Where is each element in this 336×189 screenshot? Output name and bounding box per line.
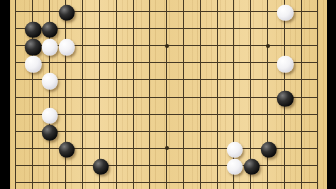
grid-line-horizontal [15, 79, 318, 80]
black-stone[interactable] [243, 159, 259, 175]
black-stone[interactable] [92, 159, 108, 175]
black-stone[interactable] [260, 142, 276, 158]
letterbox-bar-left [0, 0, 10, 189]
black-stone[interactable] [42, 22, 58, 38]
star-point [165, 146, 169, 150]
grid-line-horizontal [15, 62, 318, 63]
white-stone[interactable] [227, 159, 243, 175]
white-stone[interactable] [59, 39, 75, 55]
go-board[interactable] [10, 0, 327, 189]
grid-line-horizontal [15, 28, 318, 29]
grid-line-horizontal [15, 114, 318, 115]
grid-line-horizontal [15, 165, 318, 166]
black-stone[interactable] [42, 124, 58, 140]
white-stone[interactable] [42, 73, 58, 89]
letterbox-bar-right [327, 0, 336, 189]
star-point [266, 44, 270, 48]
white-stone[interactable] [25, 56, 41, 72]
black-stone[interactable] [277, 90, 293, 106]
white-stone[interactable] [227, 142, 243, 158]
white-stone[interactable] [42, 39, 58, 55]
white-stone[interactable] [42, 107, 58, 123]
grid-line-horizontal [15, 97, 318, 98]
grid-line-horizontal [15, 131, 318, 132]
black-stone[interactable] [59, 5, 75, 21]
star-point [165, 44, 169, 48]
white-stone[interactable] [277, 56, 293, 72]
black-stone[interactable] [25, 22, 41, 38]
black-stone[interactable] [25, 39, 41, 55]
white-stone[interactable] [277, 5, 293, 21]
black-stone[interactable] [59, 142, 75, 158]
go-app-frame [0, 0, 336, 189]
grid-line-horizontal [15, 182, 318, 183]
